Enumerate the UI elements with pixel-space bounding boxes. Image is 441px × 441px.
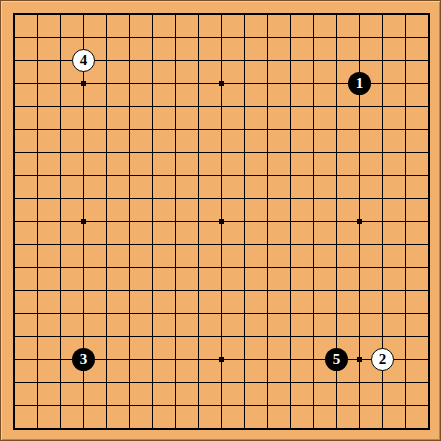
intersection-J8[interactable] [187, 256, 210, 279]
intersection-N19[interactable] [279, 3, 302, 26]
intersection-P8[interactable] [325, 256, 348, 279]
intersection-F17[interactable] [118, 49, 141, 72]
intersection-H14[interactable] [164, 118, 187, 141]
intersection-T16[interactable] [417, 72, 440, 95]
intersection-K10[interactable] [210, 210, 233, 233]
intersection-A11[interactable] [3, 187, 26, 210]
intersection-R15[interactable] [371, 95, 394, 118]
intersection-K2[interactable] [210, 394, 233, 417]
intersection-Q14[interactable] [348, 118, 371, 141]
intersection-A8[interactable] [3, 256, 26, 279]
intersection-M7[interactable] [256, 279, 279, 302]
intersection-G8[interactable] [141, 256, 164, 279]
intersection-B2[interactable] [26, 394, 49, 417]
intersection-Q2[interactable] [348, 394, 371, 417]
intersection-C1[interactable] [49, 417, 72, 440]
intersection-S16[interactable] [394, 72, 417, 95]
intersection-J4[interactable] [187, 348, 210, 371]
intersection-E12[interactable] [95, 164, 118, 187]
intersection-O13[interactable] [302, 141, 325, 164]
intersection-T7[interactable] [417, 279, 440, 302]
intersection-S6[interactable] [394, 302, 417, 325]
intersection-O19[interactable] [302, 3, 325, 26]
intersection-H1[interactable] [164, 417, 187, 440]
intersection-K8[interactable] [210, 256, 233, 279]
intersection-M14[interactable] [256, 118, 279, 141]
intersection-N12[interactable] [279, 164, 302, 187]
intersection-R9[interactable] [371, 233, 394, 256]
intersection-K19[interactable] [210, 3, 233, 26]
intersection-G9[interactable] [141, 233, 164, 256]
intersection-L15[interactable] [233, 95, 256, 118]
intersection-B3[interactable] [26, 371, 49, 394]
intersection-N13[interactable] [279, 141, 302, 164]
intersection-L10[interactable] [233, 210, 256, 233]
intersection-D6[interactable] [72, 302, 95, 325]
intersection-M4[interactable] [256, 348, 279, 371]
intersection-B13[interactable] [26, 141, 49, 164]
intersection-F13[interactable] [118, 141, 141, 164]
intersection-R12[interactable] [371, 164, 394, 187]
intersection-K18[interactable] [210, 26, 233, 49]
intersection-M5[interactable] [256, 325, 279, 348]
intersection-B19[interactable] [26, 3, 49, 26]
intersection-T15[interactable] [417, 95, 440, 118]
intersection-K17[interactable] [210, 49, 233, 72]
intersection-J7[interactable] [187, 279, 210, 302]
intersection-S5[interactable] [394, 325, 417, 348]
intersection-J19[interactable] [187, 3, 210, 26]
intersection-L7[interactable] [233, 279, 256, 302]
intersection-R18[interactable] [371, 26, 394, 49]
intersection-E1[interactable] [95, 417, 118, 440]
intersection-L1[interactable] [233, 417, 256, 440]
intersection-K5[interactable] [210, 325, 233, 348]
intersection-C4[interactable] [49, 348, 72, 371]
intersection-T9[interactable] [417, 233, 440, 256]
intersection-P7[interactable] [325, 279, 348, 302]
intersection-D14[interactable] [72, 118, 95, 141]
intersection-B18[interactable] [26, 26, 49, 49]
intersection-L17[interactable] [233, 49, 256, 72]
intersection-K14[interactable] [210, 118, 233, 141]
intersection-A6[interactable] [3, 302, 26, 325]
intersection-J9[interactable] [187, 233, 210, 256]
intersection-D10[interactable] [72, 210, 95, 233]
intersection-G6[interactable] [141, 302, 164, 325]
intersection-H15[interactable] [164, 95, 187, 118]
intersection-L11[interactable] [233, 187, 256, 210]
intersection-T13[interactable] [417, 141, 440, 164]
intersection-L16[interactable] [233, 72, 256, 95]
intersection-S7[interactable] [394, 279, 417, 302]
intersection-B15[interactable] [26, 95, 49, 118]
intersection-M6[interactable] [256, 302, 279, 325]
intersection-D7[interactable] [72, 279, 95, 302]
intersection-K11[interactable] [210, 187, 233, 210]
intersection-C8[interactable] [49, 256, 72, 279]
intersection-F16[interactable] [118, 72, 141, 95]
intersection-A2[interactable] [3, 394, 26, 417]
intersection-H12[interactable] [164, 164, 187, 187]
intersection-M8[interactable] [256, 256, 279, 279]
intersection-G19[interactable] [141, 3, 164, 26]
intersection-D11[interactable] [72, 187, 95, 210]
intersection-G3[interactable] [141, 371, 164, 394]
intersection-G5[interactable] [141, 325, 164, 348]
intersection-B16[interactable] [26, 72, 49, 95]
intersection-G15[interactable] [141, 95, 164, 118]
intersection-S19[interactable] [394, 3, 417, 26]
intersection-N5[interactable] [279, 325, 302, 348]
intersection-O11[interactable] [302, 187, 325, 210]
intersection-B12[interactable] [26, 164, 49, 187]
intersection-N18[interactable] [279, 26, 302, 49]
intersection-F2[interactable] [118, 394, 141, 417]
intersection-F1[interactable] [118, 417, 141, 440]
intersection-P18[interactable] [325, 26, 348, 49]
intersection-F18[interactable] [118, 26, 141, 49]
intersection-K16[interactable] [210, 72, 233, 95]
intersection-N11[interactable] [279, 187, 302, 210]
intersection-G2[interactable] [141, 394, 164, 417]
intersection-T6[interactable] [417, 302, 440, 325]
intersection-O2[interactable] [302, 394, 325, 417]
intersection-K15[interactable] [210, 95, 233, 118]
intersection-C6[interactable] [49, 302, 72, 325]
intersection-P6[interactable] [325, 302, 348, 325]
intersection-B10[interactable] [26, 210, 49, 233]
intersection-D12[interactable] [72, 164, 95, 187]
intersection-L14[interactable] [233, 118, 256, 141]
intersection-C19[interactable] [49, 3, 72, 26]
intersection-B14[interactable] [26, 118, 49, 141]
intersection-P10[interactable] [325, 210, 348, 233]
intersection-P2[interactable] [325, 394, 348, 417]
intersection-H5[interactable] [164, 325, 187, 348]
intersection-L9[interactable] [233, 233, 256, 256]
intersection-C17[interactable] [49, 49, 72, 72]
intersection-E5[interactable] [95, 325, 118, 348]
intersection-D13[interactable] [72, 141, 95, 164]
intersection-C15[interactable] [49, 95, 72, 118]
intersection-R6[interactable] [371, 302, 394, 325]
intersection-B4[interactable] [26, 348, 49, 371]
intersection-N14[interactable] [279, 118, 302, 141]
intersection-Q3[interactable] [348, 371, 371, 394]
intersection-S10[interactable] [394, 210, 417, 233]
intersection-L8[interactable] [233, 256, 256, 279]
intersection-A9[interactable] [3, 233, 26, 256]
intersection-B9[interactable] [26, 233, 49, 256]
intersection-A19[interactable] [3, 3, 26, 26]
intersection-S2[interactable] [394, 394, 417, 417]
intersection-Q6[interactable] [348, 302, 371, 325]
intersection-N6[interactable] [279, 302, 302, 325]
intersection-C10[interactable] [49, 210, 72, 233]
intersection-C16[interactable] [49, 72, 72, 95]
intersection-O16[interactable] [302, 72, 325, 95]
intersection-J11[interactable] [187, 187, 210, 210]
intersection-G1[interactable] [141, 417, 164, 440]
intersection-L12[interactable] [233, 164, 256, 187]
intersection-F4[interactable] [118, 348, 141, 371]
intersection-M17[interactable] [256, 49, 279, 72]
intersection-F12[interactable] [118, 164, 141, 187]
intersection-J17[interactable] [187, 49, 210, 72]
intersection-P9[interactable] [325, 233, 348, 256]
intersection-Q10[interactable] [348, 210, 371, 233]
intersection-D9[interactable] [72, 233, 95, 256]
intersection-P3[interactable] [325, 371, 348, 394]
intersection-A5[interactable] [3, 325, 26, 348]
intersection-R13[interactable] [371, 141, 394, 164]
intersection-K12[interactable] [210, 164, 233, 187]
intersection-C7[interactable] [49, 279, 72, 302]
intersection-M18[interactable] [256, 26, 279, 49]
intersection-J10[interactable] [187, 210, 210, 233]
intersection-T10[interactable] [417, 210, 440, 233]
intersection-J3[interactable] [187, 371, 210, 394]
intersection-M13[interactable] [256, 141, 279, 164]
intersection-N10[interactable] [279, 210, 302, 233]
intersection-D16[interactable] [72, 72, 95, 95]
intersection-A7[interactable] [3, 279, 26, 302]
intersection-A10[interactable] [3, 210, 26, 233]
intersection-A3[interactable] [3, 371, 26, 394]
intersection-H11[interactable] [164, 187, 187, 210]
intersection-H18[interactable] [164, 26, 187, 49]
intersection-Q7[interactable] [348, 279, 371, 302]
intersection-C2[interactable] [49, 394, 72, 417]
intersection-M12[interactable] [256, 164, 279, 187]
intersection-F5[interactable] [118, 325, 141, 348]
intersection-L13[interactable] [233, 141, 256, 164]
intersection-K13[interactable] [210, 141, 233, 164]
intersection-G4[interactable] [141, 348, 164, 371]
intersection-S14[interactable] [394, 118, 417, 141]
intersection-J1[interactable] [187, 417, 210, 440]
intersection-N4[interactable] [279, 348, 302, 371]
intersection-R19[interactable] [371, 3, 394, 26]
intersection-D8[interactable] [72, 256, 95, 279]
intersection-K9[interactable] [210, 233, 233, 256]
intersection-P19[interactable] [325, 3, 348, 26]
intersection-R2[interactable] [371, 394, 394, 417]
intersection-Q13[interactable] [348, 141, 371, 164]
intersection-S18[interactable] [394, 26, 417, 49]
intersection-A15[interactable] [3, 95, 26, 118]
intersection-J16[interactable] [187, 72, 210, 95]
intersection-R11[interactable] [371, 187, 394, 210]
intersection-S11[interactable] [394, 187, 417, 210]
intersection-F8[interactable] [118, 256, 141, 279]
intersection-B7[interactable] [26, 279, 49, 302]
intersection-Q19[interactable] [348, 3, 371, 26]
intersection-G10[interactable] [141, 210, 164, 233]
intersection-D15[interactable] [72, 95, 95, 118]
intersection-M1[interactable] [256, 417, 279, 440]
intersection-P13[interactable] [325, 141, 348, 164]
intersection-A13[interactable] [3, 141, 26, 164]
intersection-S15[interactable] [394, 95, 417, 118]
intersection-H4[interactable] [164, 348, 187, 371]
intersection-O10[interactable] [302, 210, 325, 233]
intersection-S1[interactable] [394, 417, 417, 440]
intersection-G18[interactable] [141, 26, 164, 49]
intersection-F6[interactable] [118, 302, 141, 325]
intersection-F7[interactable] [118, 279, 141, 302]
intersection-D2[interactable] [72, 394, 95, 417]
intersection-H19[interactable] [164, 3, 187, 26]
intersection-T8[interactable] [417, 256, 440, 279]
intersection-E7[interactable] [95, 279, 118, 302]
intersection-M10[interactable] [256, 210, 279, 233]
intersection-Q12[interactable] [348, 164, 371, 187]
intersection-T4[interactable] [417, 348, 440, 371]
intersection-H16[interactable] [164, 72, 187, 95]
intersection-B1[interactable] [26, 417, 49, 440]
intersection-O18[interactable] [302, 26, 325, 49]
intersection-P17[interactable] [325, 49, 348, 72]
intersection-D18[interactable] [72, 26, 95, 49]
intersection-F11[interactable] [118, 187, 141, 210]
intersection-O1[interactable] [302, 417, 325, 440]
intersection-C18[interactable] [49, 26, 72, 49]
intersection-R1[interactable] [371, 417, 394, 440]
intersection-F3[interactable] [118, 371, 141, 394]
intersection-K4[interactable] [210, 348, 233, 371]
intersection-F19[interactable] [118, 3, 141, 26]
intersection-T2[interactable] [417, 394, 440, 417]
intersection-O15[interactable] [302, 95, 325, 118]
intersection-D19[interactable] [72, 3, 95, 26]
intersection-N9[interactable] [279, 233, 302, 256]
intersection-F15[interactable] [118, 95, 141, 118]
intersection-F9[interactable] [118, 233, 141, 256]
intersection-C3[interactable] [49, 371, 72, 394]
intersection-T5[interactable] [417, 325, 440, 348]
intersection-M2[interactable] [256, 394, 279, 417]
intersection-B8[interactable] [26, 256, 49, 279]
intersection-Q8[interactable] [348, 256, 371, 279]
intersection-R3[interactable] [371, 371, 394, 394]
intersection-T1[interactable] [417, 417, 440, 440]
intersection-O9[interactable] [302, 233, 325, 256]
intersection-E19[interactable] [95, 3, 118, 26]
intersection-J12[interactable] [187, 164, 210, 187]
intersection-T18[interactable] [417, 26, 440, 49]
intersection-D1[interactable] [72, 417, 95, 440]
intersection-K6[interactable] [210, 302, 233, 325]
intersection-C11[interactable] [49, 187, 72, 210]
intersection-P15[interactable] [325, 95, 348, 118]
intersection-S12[interactable] [394, 164, 417, 187]
intersection-N7[interactable] [279, 279, 302, 302]
intersection-G17[interactable] [141, 49, 164, 72]
intersection-R8[interactable] [371, 256, 394, 279]
intersection-O14[interactable] [302, 118, 325, 141]
intersection-E10[interactable] [95, 210, 118, 233]
intersection-S13[interactable] [394, 141, 417, 164]
intersection-E8[interactable] [95, 256, 118, 279]
intersection-C14[interactable] [49, 118, 72, 141]
intersection-R16[interactable] [371, 72, 394, 95]
intersection-Q4[interactable] [348, 348, 371, 371]
intersection-S17[interactable] [394, 49, 417, 72]
intersection-H10[interactable] [164, 210, 187, 233]
intersection-J18[interactable] [187, 26, 210, 49]
intersection-N8[interactable] [279, 256, 302, 279]
intersection-P16[interactable] [325, 72, 348, 95]
intersection-G16[interactable] [141, 72, 164, 95]
intersection-N2[interactable] [279, 394, 302, 417]
intersection-J13[interactable] [187, 141, 210, 164]
intersection-N16[interactable] [279, 72, 302, 95]
intersection-N15[interactable] [279, 95, 302, 118]
intersection-J2[interactable] [187, 394, 210, 417]
intersection-E17[interactable] [95, 49, 118, 72]
intersection-O8[interactable] [302, 256, 325, 279]
intersection-N3[interactable] [279, 371, 302, 394]
intersection-H3[interactable] [164, 371, 187, 394]
intersection-R17[interactable] [371, 49, 394, 72]
intersection-B11[interactable] [26, 187, 49, 210]
intersection-L4[interactable] [233, 348, 256, 371]
intersection-G14[interactable] [141, 118, 164, 141]
intersection-Q15[interactable] [348, 95, 371, 118]
intersection-E16[interactable] [95, 72, 118, 95]
intersection-P12[interactable] [325, 164, 348, 187]
intersection-F14[interactable] [118, 118, 141, 141]
intersection-J14[interactable] [187, 118, 210, 141]
intersection-E15[interactable] [95, 95, 118, 118]
intersection-B6[interactable] [26, 302, 49, 325]
intersection-S8[interactable] [394, 256, 417, 279]
intersection-K3[interactable] [210, 371, 233, 394]
intersection-T3[interactable] [417, 371, 440, 394]
intersection-C9[interactable] [49, 233, 72, 256]
intersection-A4[interactable] [3, 348, 26, 371]
intersection-S4[interactable] [394, 348, 417, 371]
intersection-E14[interactable] [95, 118, 118, 141]
intersection-E13[interactable] [95, 141, 118, 164]
intersection-T14[interactable] [417, 118, 440, 141]
intersection-H6[interactable] [164, 302, 187, 325]
intersection-T11[interactable] [417, 187, 440, 210]
intersection-H13[interactable] [164, 141, 187, 164]
intersection-E9[interactable] [95, 233, 118, 256]
intersection-O17[interactable] [302, 49, 325, 72]
intersection-L19[interactable] [233, 3, 256, 26]
intersection-H2[interactable] [164, 394, 187, 417]
intersection-R7[interactable] [371, 279, 394, 302]
intersection-M11[interactable] [256, 187, 279, 210]
intersection-O5[interactable] [302, 325, 325, 348]
intersection-C5[interactable] [49, 325, 72, 348]
intersection-Q1[interactable] [348, 417, 371, 440]
intersection-E11[interactable] [95, 187, 118, 210]
intersection-A1[interactable] [3, 417, 26, 440]
intersection-L18[interactable] [233, 26, 256, 49]
intersection-E4[interactable] [95, 348, 118, 371]
intersection-C12[interactable] [49, 164, 72, 187]
intersection-R14[interactable] [371, 118, 394, 141]
intersection-H7[interactable] [164, 279, 187, 302]
intersection-K7[interactable] [210, 279, 233, 302]
intersection-P5[interactable] [325, 325, 348, 348]
intersection-A17[interactable] [3, 49, 26, 72]
